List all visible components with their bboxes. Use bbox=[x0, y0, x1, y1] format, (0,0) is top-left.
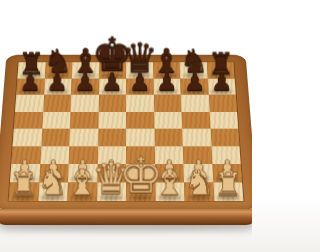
square-g2[interactable]: ♟ bbox=[183, 164, 213, 182]
square-a6[interactable] bbox=[15, 95, 44, 112]
square-e8[interactable]: ♛ bbox=[126, 62, 153, 78]
square-a7[interactable]: ♟ bbox=[16, 78, 44, 94]
piece-white-pawn[interactable]: ♟ bbox=[13, 156, 36, 182]
piece-black-pawn[interactable]: ♟ bbox=[74, 70, 96, 94]
square-e1[interactable]: ♚ bbox=[126, 182, 155, 201]
square-b7[interactable]: ♟ bbox=[44, 78, 72, 94]
piece-white-bishop[interactable]: ♝ bbox=[154, 165, 186, 201]
square-g7[interactable]: ♟ bbox=[180, 78, 208, 94]
piece-black-pawn[interactable]: ♟ bbox=[47, 70, 69, 94]
piece-shadow bbox=[129, 176, 151, 182]
square-e5[interactable] bbox=[126, 111, 154, 128]
piece-shadow bbox=[188, 195, 211, 201]
square-a8[interactable]: ♜ bbox=[17, 62, 45, 78]
piece-white-pawn[interactable]: ♟ bbox=[129, 156, 152, 182]
piece-black-queen[interactable]: ♛ bbox=[121, 37, 157, 77]
square-h6[interactable] bbox=[208, 95, 237, 112]
piece-black-rook[interactable]: ♜ bbox=[208, 48, 234, 77]
square-a4[interactable] bbox=[13, 129, 42, 146]
piece-shadow bbox=[100, 176, 122, 182]
square-f1[interactable]: ♝ bbox=[155, 182, 185, 201]
piece-shadow bbox=[183, 73, 204, 78]
piece-shadow bbox=[12, 195, 35, 201]
chess-board: ♜♞♝♚♛♝♞♜♟♟♟♟♟♟♟♟♟♟♟♟♟♟♟♟♜♞♝♛♚♝♞♜ bbox=[0, 55, 252, 210]
piece-white-pawn[interactable]: ♟ bbox=[42, 156, 65, 182]
piece-white-knight[interactable]: ♞ bbox=[184, 166, 215, 201]
piece-black-pawn[interactable]: ♟ bbox=[101, 70, 123, 94]
piece-black-pawn[interactable]: ♟ bbox=[129, 70, 151, 94]
piece-white-pawn[interactable]: ♟ bbox=[71, 156, 94, 182]
square-c5[interactable] bbox=[70, 111, 98, 128]
square-e4[interactable] bbox=[126, 129, 154, 146]
square-h8[interactable]: ♜ bbox=[207, 62, 235, 78]
square-b5[interactable] bbox=[42, 111, 71, 128]
square-g8[interactable]: ♞ bbox=[180, 62, 208, 78]
square-c7[interactable]: ♟ bbox=[71, 78, 99, 94]
square-h2[interactable]: ♟ bbox=[212, 164, 242, 182]
piece-black-pawn[interactable]: ♟ bbox=[211, 70, 233, 94]
piece-black-bishop[interactable]: ♝ bbox=[70, 45, 100, 78]
board-squares: ♜♞♝♚♛♝♞♜♟♟♟♟♟♟♟♟♟♟♟♟♟♟♟♟♜♞♝♛♚♝♞♜ bbox=[9, 62, 244, 201]
square-d1[interactable]: ♛ bbox=[97, 182, 126, 201]
square-d3[interactable] bbox=[97, 146, 126, 164]
square-e2[interactable]: ♟ bbox=[126, 164, 155, 182]
piece-black-pawn[interactable]: ♟ bbox=[184, 70, 206, 94]
square-h5[interactable] bbox=[209, 111, 238, 128]
square-f2[interactable]: ♟ bbox=[155, 164, 184, 182]
square-b3[interactable] bbox=[40, 146, 69, 164]
piece-shadow bbox=[48, 73, 69, 78]
square-h4[interactable] bbox=[210, 129, 239, 146]
square-b2[interactable]: ♟ bbox=[39, 164, 69, 182]
piece-shadow bbox=[217, 195, 240, 201]
square-f7[interactable]: ♟ bbox=[153, 78, 181, 94]
piece-white-king[interactable]: ♚ bbox=[118, 151, 163, 201]
piece-shadow bbox=[159, 195, 181, 201]
piece-shadow bbox=[102, 89, 123, 94]
square-f4[interactable] bbox=[154, 129, 183, 146]
piece-shadow bbox=[216, 176, 238, 182]
piece-shadow bbox=[42, 176, 64, 182]
square-g5[interactable] bbox=[181, 111, 210, 128]
square-f3[interactable] bbox=[154, 146, 183, 164]
piece-white-pawn[interactable]: ♟ bbox=[158, 156, 181, 182]
piece-shadow bbox=[129, 195, 151, 201]
square-f8[interactable]: ♝ bbox=[153, 62, 180, 78]
square-d4[interactable] bbox=[98, 129, 126, 146]
piece-shadow bbox=[14, 176, 36, 182]
piece-shadow bbox=[74, 89, 95, 94]
piece-shadow bbox=[21, 73, 42, 78]
square-c2[interactable]: ♟ bbox=[68, 164, 97, 182]
piece-shadow bbox=[210, 73, 231, 78]
piece-shadow bbox=[20, 89, 41, 94]
square-c1[interactable]: ♝ bbox=[67, 182, 97, 201]
piece-black-bishop[interactable]: ♝ bbox=[152, 45, 182, 78]
piece-black-knight[interactable]: ♞ bbox=[44, 46, 73, 78]
piece-shadow bbox=[158, 176, 180, 182]
piece-white-pawn[interactable]: ♟ bbox=[187, 156, 210, 182]
piece-shadow bbox=[211, 89, 232, 94]
piece-shadow bbox=[42, 195, 65, 201]
square-f5[interactable] bbox=[154, 111, 182, 128]
square-a5[interactable] bbox=[14, 111, 43, 128]
piece-black-knight[interactable]: ♞ bbox=[179, 46, 208, 78]
square-a3[interactable] bbox=[11, 146, 41, 164]
piece-shadow bbox=[100, 195, 122, 201]
square-g1[interactable]: ♞ bbox=[184, 182, 214, 201]
piece-black-pawn[interactable]: ♟ bbox=[156, 70, 178, 94]
square-b8[interactable]: ♞ bbox=[45, 62, 73, 78]
piece-shadow bbox=[129, 89, 150, 94]
square-b1[interactable]: ♞ bbox=[38, 182, 68, 201]
square-g4[interactable] bbox=[182, 129, 211, 146]
piece-white-pawn[interactable]: ♟ bbox=[100, 156, 123, 182]
square-f6[interactable] bbox=[153, 95, 181, 112]
square-a2[interactable]: ♟ bbox=[10, 164, 40, 182]
piece-black-king[interactable]: ♚ bbox=[92, 32, 133, 78]
square-d5[interactable] bbox=[98, 111, 126, 128]
piece-white-queen[interactable]: ♛ bbox=[92, 157, 131, 201]
piece-black-pawn[interactable]: ♟ bbox=[19, 70, 41, 94]
board-shadow bbox=[2, 223, 250, 229]
square-g6[interactable] bbox=[181, 95, 209, 112]
square-d6[interactable] bbox=[98, 95, 126, 112]
square-d8[interactable]: ♚ bbox=[99, 62, 126, 78]
piece-white-rook[interactable]: ♜ bbox=[214, 169, 243, 201]
square-e7[interactable]: ♟ bbox=[126, 78, 153, 94]
square-a1[interactable]: ♜ bbox=[9, 182, 39, 201]
square-b6[interactable] bbox=[43, 95, 71, 112]
chess-set-photo: ♜♞♝♚♛♝♞♜♟♟♟♟♟♟♟♟♟♟♟♟♟♟♟♟♜♞♝♛♚♝♞♜ Overhea… bbox=[0, 0, 252, 252]
piece-shadow bbox=[75, 73, 96, 78]
square-d2[interactable]: ♟ bbox=[97, 164, 126, 182]
piece-shadow bbox=[102, 73, 123, 78]
piece-shadow bbox=[47, 89, 68, 94]
piece-white-knight[interactable]: ♞ bbox=[37, 166, 68, 201]
piece-shadow bbox=[156, 73, 177, 78]
square-h7[interactable]: ♟ bbox=[207, 78, 235, 94]
piece-shadow bbox=[157, 89, 178, 94]
piece-shadow bbox=[184, 89, 205, 94]
piece-shadow bbox=[71, 195, 93, 201]
square-g3[interactable] bbox=[183, 146, 212, 164]
square-e3[interactable] bbox=[126, 146, 155, 164]
piece-shadow bbox=[187, 176, 209, 182]
square-c8[interactable]: ♝ bbox=[72, 62, 99, 78]
square-h1[interactable]: ♜ bbox=[213, 182, 243, 201]
square-c3[interactable] bbox=[69, 146, 98, 164]
square-c4[interactable] bbox=[69, 129, 98, 146]
piece-black-rook[interactable]: ♜ bbox=[18, 48, 44, 77]
piece-white-bishop[interactable]: ♝ bbox=[66, 165, 98, 201]
square-b4[interactable] bbox=[41, 129, 70, 146]
piece-shadow bbox=[71, 176, 93, 182]
piece-white-rook[interactable]: ♜ bbox=[9, 169, 38, 201]
piece-white-pawn[interactable]: ♟ bbox=[216, 156, 239, 182]
square-c6[interactable] bbox=[71, 95, 99, 112]
square-d7[interactable]: ♟ bbox=[99, 78, 126, 94]
square-h3[interactable] bbox=[211, 146, 241, 164]
piece-shadow bbox=[129, 73, 150, 78]
square-e6[interactable] bbox=[126, 95, 154, 112]
